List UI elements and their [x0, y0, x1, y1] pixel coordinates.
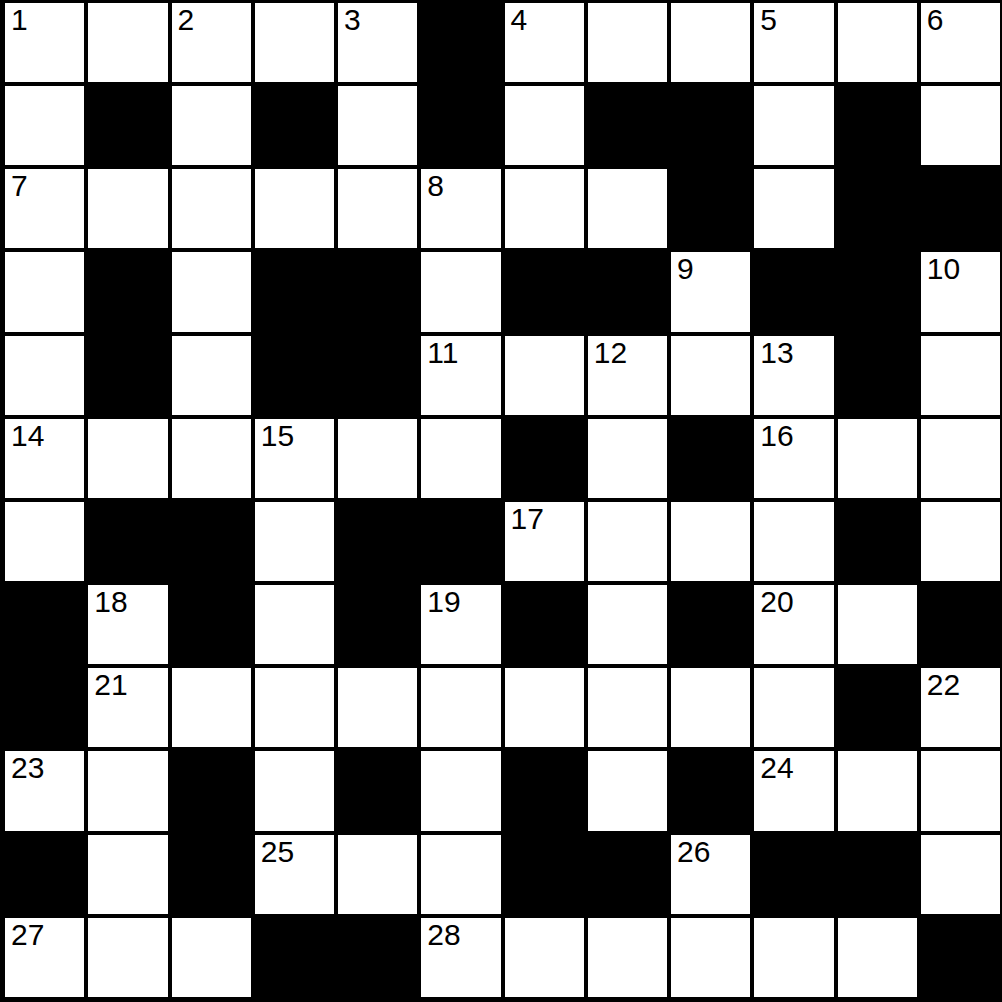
white-cell-r6c6[interactable]: 17	[505, 502, 584, 581]
clue-number-17: 17	[511, 503, 544, 535]
black-cell-r4c4	[338, 336, 417, 415]
black-cell-r6c1	[88, 502, 167, 581]
white-cell-r2c4[interactable]	[338, 169, 417, 248]
white-cell-r7c1[interactable]: 18	[88, 585, 167, 664]
clue-number-11: 11	[427, 337, 458, 369]
black-cell-r3c4	[338, 252, 417, 331]
white-cell-r9c10[interactable]	[838, 751, 917, 830]
black-cell-r2c8	[671, 169, 750, 248]
white-cell-r11c0[interactable]: 27	[5, 918, 84, 997]
white-cell-r11c2[interactable]	[172, 918, 251, 997]
white-cell-r4c0[interactable]	[5, 336, 84, 415]
crossword-grid: 1234567891011121314151617181920212223242…	[0, 0, 1002, 1002]
white-cell-r10c1[interactable]	[88, 835, 167, 914]
white-cell-r4c11[interactable]	[921, 336, 1000, 415]
white-cell-r0c3[interactable]	[255, 3, 334, 82]
white-cell-r1c9[interactable]	[754, 86, 833, 165]
white-cell-r8c8[interactable]	[671, 668, 750, 747]
white-cell-r5c1[interactable]	[88, 419, 167, 498]
white-cell-r5c2[interactable]	[172, 419, 251, 498]
black-cell-r10c7	[588, 835, 667, 914]
white-cell-r1c11[interactable]	[921, 86, 1000, 165]
black-cell-r3c1	[88, 252, 167, 331]
white-cell-r3c2[interactable]	[172, 252, 251, 331]
white-cell-r0c0[interactable]: 1	[5, 3, 84, 82]
white-cell-r11c10[interactable]	[838, 918, 917, 997]
clue-number-21: 21	[94, 669, 127, 701]
black-cell-r8c10	[838, 668, 917, 747]
clue-number-8: 8	[427, 170, 444, 202]
white-cell-r8c1[interactable]: 21	[88, 668, 167, 747]
clue-number-23: 23	[11, 752, 44, 784]
white-cell-r5c10[interactable]	[838, 419, 917, 498]
white-cell-r3c11[interactable]: 10	[921, 252, 1000, 331]
white-cell-r10c4[interactable]	[338, 835, 417, 914]
black-cell-r5c8	[671, 419, 750, 498]
black-cell-r0c5	[421, 3, 500, 82]
white-cell-r7c3[interactable]	[255, 585, 334, 664]
white-cell-r0c7[interactable]	[588, 3, 667, 82]
black-cell-r6c4	[338, 502, 417, 581]
black-cell-r1c1	[88, 86, 167, 165]
white-cell-r11c1[interactable]	[88, 918, 167, 997]
white-cell-r7c5[interactable]: 19	[421, 585, 500, 664]
black-cell-r2c10	[838, 169, 917, 248]
white-cell-r8c4[interactable]	[338, 668, 417, 747]
clue-number-16: 16	[760, 420, 793, 452]
white-cell-r8c7[interactable]	[588, 668, 667, 747]
black-cell-r7c4	[338, 585, 417, 664]
clue-number-5: 5	[760, 4, 777, 36]
clue-number-12: 12	[594, 337, 627, 369]
black-cell-r6c10	[838, 502, 917, 581]
white-cell-r5c9[interactable]: 16	[754, 419, 833, 498]
clue-number-24: 24	[760, 752, 793, 784]
white-cell-r4c2[interactable]	[172, 336, 251, 415]
white-cell-r2c5[interactable]: 8	[421, 169, 500, 248]
white-cell-r10c8[interactable]: 26	[671, 835, 750, 914]
white-cell-r4c9[interactable]: 13	[754, 336, 833, 415]
black-cell-r10c6	[505, 835, 584, 914]
black-cell-r7c6	[505, 585, 584, 664]
clue-number-15: 15	[261, 420, 294, 452]
clue-number-7: 7	[11, 170, 28, 202]
white-cell-r8c5[interactable]	[421, 668, 500, 747]
white-cell-r2c3[interactable]	[255, 169, 334, 248]
black-cell-r9c6	[505, 751, 584, 830]
black-cell-r3c9	[754, 252, 833, 331]
white-cell-r8c11[interactable]: 22	[921, 668, 1000, 747]
black-cell-r11c3	[255, 918, 334, 997]
white-cell-r9c9[interactable]: 24	[754, 751, 833, 830]
black-cell-r3c7	[588, 252, 667, 331]
white-cell-r8c3[interactable]	[255, 668, 334, 747]
clue-number-18: 18	[94, 586, 127, 618]
white-cell-r0c11[interactable]: 6	[921, 3, 1000, 82]
white-cell-r1c0[interactable]	[5, 86, 84, 165]
black-cell-r1c5	[421, 86, 500, 165]
clue-number-3: 3	[344, 4, 361, 36]
white-cell-r5c7[interactable]	[588, 419, 667, 498]
white-cell-r9c3[interactable]	[255, 751, 334, 830]
black-cell-r7c8	[671, 585, 750, 664]
clue-number-25: 25	[261, 836, 294, 868]
white-cell-r7c9[interactable]: 20	[754, 585, 833, 664]
black-cell-r7c2	[172, 585, 251, 664]
white-cell-r6c9[interactable]	[754, 502, 833, 581]
white-cell-r2c9[interactable]	[754, 169, 833, 248]
white-cell-r5c4[interactable]	[338, 419, 417, 498]
black-cell-r1c3	[255, 86, 334, 165]
white-cell-r11c8[interactable]	[671, 918, 750, 997]
white-cell-r4c7[interactable]: 12	[588, 336, 667, 415]
white-cell-r7c7[interactable]	[588, 585, 667, 664]
black-cell-r4c3	[255, 336, 334, 415]
white-cell-r2c0[interactable]: 7	[5, 169, 84, 248]
white-cell-r9c7[interactable]	[588, 751, 667, 830]
black-cell-r10c10	[838, 835, 917, 914]
clue-number-2: 2	[178, 4, 195, 36]
clue-number-10: 10	[927, 253, 960, 285]
white-cell-r0c4[interactable]: 3	[338, 3, 417, 82]
black-cell-r10c2	[172, 835, 251, 914]
white-cell-r9c11[interactable]	[921, 751, 1000, 830]
white-cell-r1c2[interactable]	[172, 86, 251, 165]
clue-number-28: 28	[427, 919, 460, 951]
clue-number-22: 22	[927, 669, 960, 701]
black-cell-r2c11	[921, 169, 1000, 248]
black-cell-r7c11	[921, 585, 1000, 664]
white-cell-r6c0[interactable]	[5, 502, 84, 581]
white-cell-r0c2[interactable]: 2	[172, 3, 251, 82]
black-cell-r7c0	[5, 585, 84, 664]
black-cell-r6c5	[421, 502, 500, 581]
black-cell-r9c4	[338, 751, 417, 830]
white-cell-r10c5[interactable]	[421, 835, 500, 914]
black-cell-r8c0	[5, 668, 84, 747]
black-cell-r3c3	[255, 252, 334, 331]
white-cell-r8c9[interactable]	[754, 668, 833, 747]
white-cell-r0c9[interactable]: 5	[754, 3, 833, 82]
clue-number-27: 27	[11, 919, 44, 951]
white-cell-r2c2[interactable]	[172, 169, 251, 248]
clue-number-26: 26	[677, 836, 710, 868]
white-cell-r5c0[interactable]: 14	[5, 419, 84, 498]
white-cell-r5c11[interactable]	[921, 419, 1000, 498]
clue-number-20: 20	[760, 586, 793, 618]
white-cell-r1c6[interactable]	[505, 86, 584, 165]
white-cell-r6c3[interactable]	[255, 502, 334, 581]
white-cell-r11c5[interactable]: 28	[421, 918, 500, 997]
clue-number-19: 19	[427, 586, 460, 618]
white-cell-r2c1[interactable]	[88, 169, 167, 248]
black-cell-r6c2	[172, 502, 251, 581]
black-cell-r5c6	[505, 419, 584, 498]
white-cell-r5c3[interactable]: 15	[255, 419, 334, 498]
white-cell-r11c7[interactable]	[588, 918, 667, 997]
black-cell-r1c8	[671, 86, 750, 165]
white-cell-r7c10[interactable]	[838, 585, 917, 664]
white-cell-r8c2[interactable]	[172, 668, 251, 747]
black-cell-r4c10	[838, 336, 917, 415]
white-cell-r6c7[interactable]	[588, 502, 667, 581]
white-cell-r6c11[interactable]	[921, 502, 1000, 581]
white-cell-r1c4[interactable]	[338, 86, 417, 165]
black-cell-r4c1	[88, 336, 167, 415]
black-cell-r1c7	[588, 86, 667, 165]
white-cell-r9c5[interactable]	[421, 751, 500, 830]
white-cell-r11c9[interactable]	[754, 918, 833, 997]
white-cell-r3c8[interactable]: 9	[671, 252, 750, 331]
black-cell-r9c8	[671, 751, 750, 830]
black-cell-r1c10	[838, 86, 917, 165]
white-cell-r10c11[interactable]	[921, 835, 1000, 914]
black-cell-r3c10	[838, 252, 917, 331]
white-cell-r5c5[interactable]	[421, 419, 500, 498]
black-cell-r10c0	[5, 835, 84, 914]
white-cell-r4c5[interactable]: 11	[421, 336, 500, 415]
black-cell-r9c2	[172, 751, 251, 830]
clue-number-6: 6	[927, 4, 944, 36]
white-cell-r9c1[interactable]	[88, 751, 167, 830]
white-cell-r6c8[interactable]	[671, 502, 750, 581]
white-cell-r9c0[interactable]: 23	[5, 751, 84, 830]
clue-number-13: 13	[760, 337, 793, 369]
white-cell-r3c0[interactable]	[5, 252, 84, 331]
white-cell-r3c5[interactable]	[421, 252, 500, 331]
white-cell-r0c1[interactable]	[88, 3, 167, 82]
black-cell-r3c6	[505, 252, 584, 331]
white-cell-r2c6[interactable]	[505, 169, 584, 248]
clue-number-4: 4	[511, 4, 528, 36]
black-cell-r11c4	[338, 918, 417, 997]
white-cell-r2c7[interactable]	[588, 169, 667, 248]
white-cell-r0c8[interactable]	[671, 3, 750, 82]
white-cell-r8c6[interactable]	[505, 668, 584, 747]
white-cell-r11c6[interactable]	[505, 918, 584, 997]
white-cell-r0c10[interactable]	[838, 3, 917, 82]
white-cell-r4c6[interactable]	[505, 336, 584, 415]
clue-number-14: 14	[11, 420, 44, 452]
black-cell-r10c9	[754, 835, 833, 914]
white-cell-r0c6[interactable]: 4	[505, 3, 584, 82]
black-cell-r11c11	[921, 918, 1000, 997]
clue-number-9: 9	[677, 253, 694, 285]
clue-number-1: 1	[11, 4, 28, 36]
white-cell-r10c3[interactable]: 25	[255, 835, 334, 914]
white-cell-r4c8[interactable]	[671, 336, 750, 415]
